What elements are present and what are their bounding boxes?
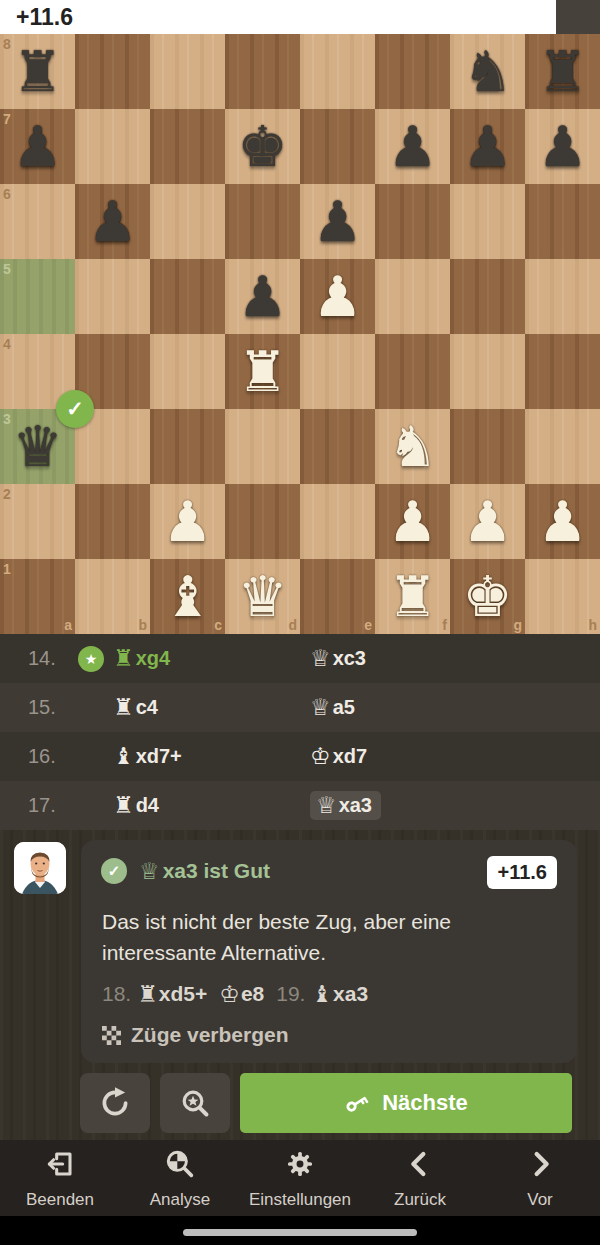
square-e2[interactable]: [300, 484, 375, 559]
white-move[interactable]: ♝xd7+: [113, 745, 310, 768]
square-e8[interactable]: [300, 34, 375, 109]
square-c6[interactable]: [150, 184, 225, 259]
square-c5[interactable]: [150, 259, 225, 334]
black-pawn-d5: ♟: [225, 259, 300, 334]
app-background: +11.6 8♜♞♜7♟♚♟♟♟6♟♟5♟♟4♜3♛✓♞2♟♟♟♟1abc♝d♛…: [0, 0, 600, 1245]
move-text: c4: [136, 696, 158, 719]
good-move-checkmark-icon: ✓: [56, 390, 94, 428]
hint-magnifier-icon: [179, 1087, 211, 1119]
square-a1[interactable]: 1a: [0, 559, 75, 634]
queen-figurine-icon: ♕: [139, 858, 160, 884]
square-c4[interactable]: [150, 334, 225, 409]
figurine-icon: ♝: [113, 745, 134, 768]
black-knight-g8: ♞: [450, 34, 525, 109]
black-pawn-h7: ♟: [525, 109, 600, 184]
move-text: xg4: [136, 647, 170, 670]
star-icon: ★: [78, 646, 104, 672]
square-g8[interactable]: ♞: [450, 34, 525, 109]
white-pawn-f2: ♟: [375, 484, 450, 559]
square-b6[interactable]: ♟: [75, 184, 150, 259]
square-b5[interactable]: [75, 259, 150, 334]
figurine-icon: ♜: [113, 794, 134, 817]
check-circle-icon: ✓: [101, 858, 127, 884]
square-c7[interactable]: [150, 109, 225, 184]
square-e6[interactable]: ♟: [300, 184, 375, 259]
rank-label-3: 3: [3, 411, 11, 427]
evaluation-bar: +11.6: [0, 0, 600, 34]
move-row-16: 16.♝xd7+♔xd7: [0, 732, 600, 781]
figurine-icon: ♕: [310, 647, 331, 670]
square-d3[interactable]: [225, 409, 300, 484]
square-f2[interactable]: ♟: [375, 484, 450, 559]
move-quality-text: xa3 ist Gut: [163, 859, 270, 883]
square-g6[interactable]: [450, 184, 525, 259]
square-d1[interactable]: d♛: [225, 559, 300, 634]
retry-icon: [98, 1086, 132, 1120]
square-b2[interactable]: [75, 484, 150, 559]
square-a3[interactable]: 3♛✓: [0, 409, 75, 484]
square-a7[interactable]: 7♟: [0, 109, 75, 184]
figurine-icon: ♕: [310, 696, 331, 719]
white-move[interactable]: ♜c4: [113, 696, 310, 719]
square-a6[interactable]: 6: [0, 184, 75, 259]
file-label-f: f: [442, 617, 447, 633]
black-pawn-b6: ♟: [75, 184, 150, 259]
black-king-d7: ♚: [225, 109, 300, 184]
black-rook-h8: ♜: [525, 34, 600, 109]
pv-move-text: xa3: [333, 982, 368, 1006]
file-label-c: c: [214, 617, 222, 633]
black-move[interactable]: ♕xc3: [310, 647, 600, 670]
square-h6[interactable]: [525, 184, 600, 259]
black-move[interactable]: ♕a5: [310, 696, 600, 719]
black-rook-a8: ♜: [0, 34, 75, 109]
white-move[interactable]: ♜d4: [113, 794, 310, 817]
forward-icon: [524, 1148, 556, 1184]
square-f1[interactable]: f♜: [375, 559, 450, 634]
square-d8[interactable]: [225, 34, 300, 109]
rank-label-8: 8: [3, 36, 11, 52]
square-b8[interactable]: [75, 34, 150, 109]
square-f3[interactable]: ♞: [375, 409, 450, 484]
pv-figurine-icon: ♝: [311, 983, 332, 1006]
move-row-14: 14.★♜xg4♕xc3: [0, 634, 600, 683]
nav-item-analyse[interactable]: Analyse: [120, 1140, 240, 1216]
white-pawn-e5: ♟: [300, 259, 375, 334]
white-move[interactable]: ♜xg4: [113, 647, 310, 670]
move-text: xd7+: [136, 745, 182, 768]
evaluation-value: +11.6: [16, 0, 73, 34]
square-e7[interactable]: [300, 109, 375, 184]
next-button-label: Nächste: [382, 1090, 468, 1116]
nav-item-label: Einstellungen: [249, 1190, 351, 1210]
square-d2[interactable]: [225, 484, 300, 559]
square-h7[interactable]: ♟: [525, 109, 600, 184]
square-a2[interactable]: 2: [0, 484, 75, 559]
square-b1[interactable]: b: [75, 559, 150, 634]
file-label-e: e: [364, 617, 372, 633]
nav-item-label: Zurück: [394, 1190, 446, 1210]
coach-avatar: [14, 842, 66, 894]
square-c8[interactable]: [150, 34, 225, 109]
nav-item-beenden[interactable]: Beenden: [0, 1140, 120, 1216]
file-label-d: d: [288, 617, 297, 633]
white-rook-f1: ♜: [375, 559, 450, 634]
black-move[interactable]: ♔xd7: [310, 745, 600, 768]
square-h8[interactable]: ♜: [525, 34, 600, 109]
rank-label-1: 1: [3, 561, 11, 577]
black-pawn-g7: ♟: [450, 109, 525, 184]
rank-label-6: 6: [3, 186, 11, 202]
white-knight-f3: ♞: [375, 409, 450, 484]
nav-item-vor[interactable]: Vor: [480, 1140, 600, 1216]
move-text: d4: [136, 794, 159, 817]
hide-moves-label: Züge verbergen: [131, 1023, 289, 1047]
square-e3[interactable]: [300, 409, 375, 484]
square-h5[interactable]: [525, 259, 600, 334]
move-text: xc3: [333, 647, 366, 670]
bottom-nav: BeendenAnalyseEinstellungenZurückVor: [0, 1140, 600, 1216]
figurine-icon: ♕: [316, 794, 337, 817]
chess-board[interactable]: 8♜♞♜7♟♚♟♟♟6♟♟5♟♟4♜3♛✓♞2♟♟♟♟1abc♝d♛ef♜g♚h: [0, 34, 600, 634]
selected-move-chip: ♕xa3: [310, 791, 381, 820]
move-number: 17.: [0, 794, 78, 817]
square-c2[interactable]: ♟: [150, 484, 225, 559]
settings-icon: [284, 1148, 316, 1184]
figurine-icon: ♜: [113, 696, 134, 719]
square-c1[interactable]: c♝: [150, 559, 225, 634]
rank-label-2: 2: [3, 486, 11, 502]
nav-item-label: Analyse: [150, 1190, 210, 1210]
white-pawn-h2: ♟: [525, 484, 600, 559]
coach-comment: Das ist nicht der beste Zug, aber eine i…: [102, 906, 557, 968]
hint-button[interactable]: [160, 1073, 230, 1133]
square-d7[interactable]: ♚: [225, 109, 300, 184]
square-a8[interactable]: 8♜: [0, 34, 75, 109]
square-f7[interactable]: ♟: [375, 109, 450, 184]
move-list: 14.★♜xg4♕xc315.♜c4♕a516.♝xd7+♔xd717.♜d4♕…: [0, 634, 600, 830]
principal-variation: 18.♜xd5+♔e819.♝xa3: [102, 982, 380, 1006]
square-h4[interactable]: [525, 334, 600, 409]
square-g1[interactable]: g♚: [450, 559, 525, 634]
coach-avatar-illustration: [14, 842, 66, 894]
white-pawn-c2: ♟: [150, 484, 225, 559]
square-d5[interactable]: ♟: [225, 259, 300, 334]
back-icon: [404, 1148, 436, 1184]
file-label-g: g: [513, 617, 522, 633]
move-number: 16.: [0, 745, 78, 768]
white-rook-d4: ♜: [225, 334, 300, 409]
system-home-area: [0, 1216, 600, 1245]
square-g7[interactable]: ♟: [450, 109, 525, 184]
square-e4[interactable]: [300, 334, 375, 409]
checkerboard-icon: [102, 1026, 121, 1045]
square-b7[interactable]: [75, 109, 150, 184]
evaluation-badge: +11.6: [487, 856, 557, 889]
home-indicator[interactable]: [183, 1229, 417, 1236]
white-pawn-g2: ♟: [450, 484, 525, 559]
key-icon: [344, 1090, 370, 1116]
rank-label-4: 4: [3, 336, 11, 352]
retry-button[interactable]: [80, 1073, 150, 1133]
best-move-star-slot: ★: [78, 646, 113, 672]
nav-item-zurück[interactable]: Zurück: [360, 1140, 480, 1216]
black-move[interactable]: ♕xa3: [310, 791, 600, 820]
file-label-b: b: [138, 617, 147, 633]
move-number: 15.: [0, 696, 78, 719]
nav-item-label: Vor: [527, 1190, 553, 1210]
hide-moves-link[interactable]: Züge verbergen: [102, 1023, 289, 1047]
square-d4[interactable]: ♜: [225, 334, 300, 409]
pv-figurine-icon: ♜: [137, 983, 158, 1006]
nav-item-einstellungen[interactable]: Einstellungen: [240, 1140, 360, 1216]
exit-icon: [44, 1148, 76, 1184]
analysis-icon: [164, 1148, 196, 1184]
nav-item-label: Beenden: [26, 1190, 94, 1210]
pv-move-text: xd5+: [159, 982, 207, 1006]
pv-move-text: e8: [241, 982, 264, 1006]
pv-move-number: 19.: [276, 982, 305, 1006]
next-button[interactable]: Nächste: [240, 1073, 572, 1133]
square-c3[interactable]: [150, 409, 225, 484]
move-text: xd7: [333, 745, 367, 768]
square-h3[interactable]: [525, 409, 600, 484]
square-f4[interactable]: [375, 334, 450, 409]
square-a5[interactable]: 5: [0, 259, 75, 334]
black-pawn-f7: ♟: [375, 109, 450, 184]
move-row-17: 17.♜d4♕xa3: [0, 781, 600, 830]
square-f6[interactable]: [375, 184, 450, 259]
square-g5[interactable]: [450, 259, 525, 334]
rank-label-7: 7: [3, 111, 11, 127]
rank-label-5: 5: [3, 261, 11, 277]
square-f5[interactable]: [375, 259, 450, 334]
square-f8[interactable]: [375, 34, 450, 109]
move-text: a5: [333, 696, 355, 719]
black-pawn-a7: ♟: [0, 109, 75, 184]
square-g4[interactable]: [450, 334, 525, 409]
move-number: 14.: [0, 647, 78, 670]
file-label-h: h: [588, 617, 597, 633]
square-d6[interactable]: [225, 184, 300, 259]
file-label-a: a: [64, 617, 72, 633]
move-text: xa3: [339, 794, 372, 817]
pv-figurine-icon: ♔: [219, 983, 240, 1006]
pv-move-number: 18.: [102, 982, 131, 1006]
move-row-15: 15.♜c4♕a5: [0, 683, 600, 732]
square-g3[interactable]: [450, 409, 525, 484]
square-h2[interactable]: ♟: [525, 484, 600, 559]
square-e1[interactable]: e: [300, 559, 375, 634]
square-h1[interactable]: h: [525, 559, 600, 634]
figurine-icon: ♜: [113, 647, 134, 670]
evaluation-black-segment: [556, 0, 600, 34]
figurine-icon: ♔: [310, 745, 331, 768]
square-g2[interactable]: ♟: [450, 484, 525, 559]
coach-card: ✓ ♕ xa3 ist Gut +11.6 Das ist nicht der …: [81, 840, 577, 1063]
coach-card-header: ✓ ♕ xa3 ist Gut: [101, 858, 270, 884]
black-pawn-e6: ♟: [300, 184, 375, 259]
square-e5[interactable]: ♟: [300, 259, 375, 334]
